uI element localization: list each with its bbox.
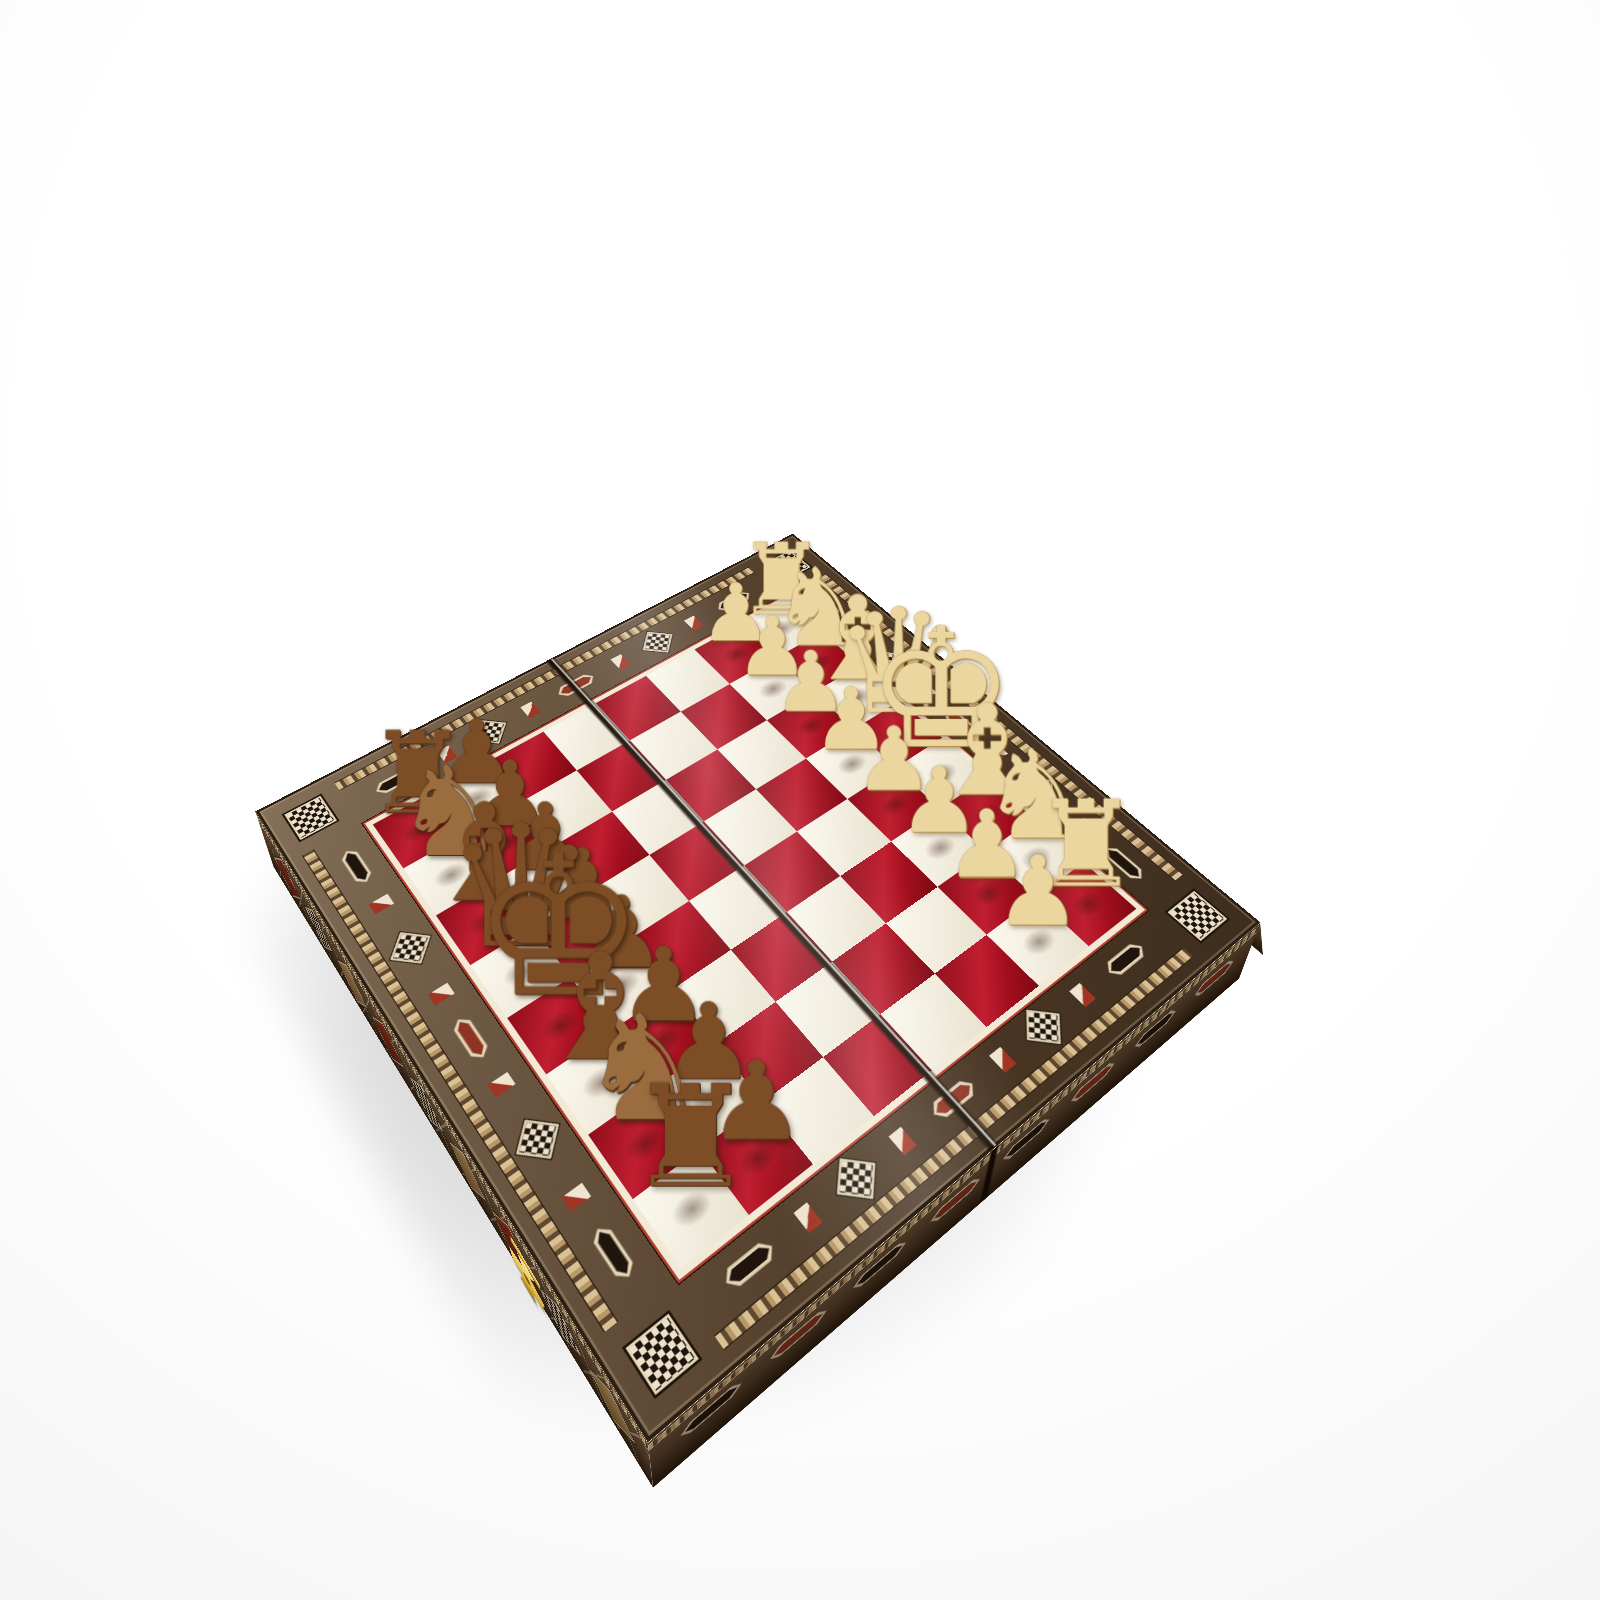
box-top-surface: ♜♟♟♜♞♟♟♞♝♟♟♝♛♟♟♛♚♟♟♚♝♟♟♝♞♟♟♞♜♟♟♜ [255,534,1260,1443]
corner-mosaic [615,1302,710,1408]
diamond-mosaic-inlay [642,632,672,653]
diamond-mosaic-inlay [876,652,904,673]
triangle-inlay [610,654,630,669]
chess-box: ♜♟♟♜♞♟♟♞♝♟♟♝♛♟♟♛♚♟♟♚♝♟♟♝♞♟♟♞♜♟♟♜ [255,534,1260,1443]
piece-glyph: ♜ [570,1066,811,1208]
pinwheel-inlay [626,1314,699,1395]
piece-glyph: ♟ [956,844,1120,940]
diamond-mosaic-inlay [1026,1009,1061,1043]
triangle-inlay [888,1126,916,1154]
photo-scene: ♜♟♟♜♞♟♟♞♝♟♟♝♛♟♟♛♚♟♟♚♝♟♟♝♞♟♟♞♜♟♟♜ [0,0,1600,1600]
diamond-mosaic-inlay [836,1158,875,1199]
lozenge-inlay [588,1222,639,1284]
lozenge-inlay [719,1237,779,1293]
triangle-inlay [989,1046,1016,1072]
lozenge-inlay [1102,940,1149,980]
triangle-inlay [1069,983,1096,1007]
